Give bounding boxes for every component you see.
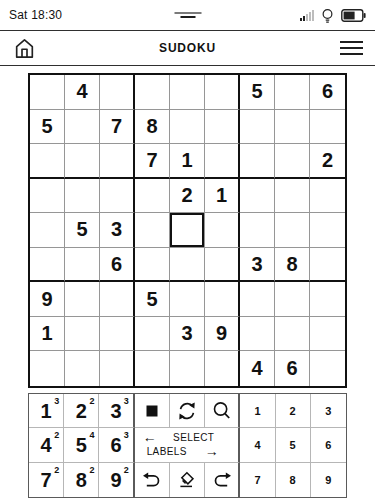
cell-r4c9[interactable]	[310, 179, 345, 214]
cell-r5c2[interactable]: 5	[65, 213, 100, 248]
cell-r7c6[interactable]	[205, 282, 240, 317]
digit-button-3[interactable]: 3 3	[99, 394, 134, 428]
cell-r9c3[interactable]	[100, 351, 135, 386]
select-labels-left-arrow[interactable]: ←	[143, 432, 157, 443]
digit-button-1[interactable]: 1 3	[29, 394, 64, 428]
cell-r7c7[interactable]	[240, 282, 275, 317]
cell-r2c9[interactable]	[310, 110, 345, 145]
frontlight-bulb-icon	[321, 7, 334, 24]
refresh-button[interactable]	[170, 394, 205, 428]
cell-r1c7[interactable]: 5	[240, 75, 275, 110]
cell-r7c2[interactable]	[65, 282, 100, 317]
cell-r1c8[interactable]	[275, 75, 310, 110]
battery-icon	[341, 9, 366, 22]
digit-count-6: 3	[124, 431, 129, 440]
cell-r3c9[interactable]: 2	[310, 144, 345, 179]
title-bar: SUDOKU	[0, 31, 375, 66]
select-labels-control[interactable]: ← SELECT LABELS →	[135, 428, 241, 462]
signal-strength-icon	[300, 9, 314, 21]
cell-r2c2[interactable]	[65, 110, 100, 145]
clock: Sat 18:30	[9, 8, 62, 22]
cell-r8c1[interactable]: 1	[30, 317, 65, 352]
cell-r9c1[interactable]	[30, 351, 65, 386]
cell-r7c9[interactable]	[310, 282, 345, 317]
cell-r7c5[interactable]	[170, 282, 205, 317]
cell-r7c1[interactable]: 9	[30, 282, 65, 317]
cell-r2c7[interactable]	[240, 110, 275, 145]
label-button-7[interactable]: 7	[240, 463, 275, 497]
digit-count-3: 3	[124, 397, 129, 406]
cell-r5c6[interactable]	[205, 213, 240, 248]
status-icons	[300, 7, 366, 24]
cell-r4c7[interactable]	[240, 179, 275, 214]
fill-square-button[interactable]	[135, 394, 170, 428]
label-button-4[interactable]: 4	[240, 428, 275, 462]
cell-r6c4[interactable]	[135, 248, 170, 283]
cell-r1c3[interactable]	[100, 75, 135, 110]
sudoku-app-screen: Sat 18:30	[0, 0, 375, 500]
digit-count-1: 3	[54, 397, 59, 406]
cell-r2c1[interactable]: 5	[30, 110, 65, 145]
cell-r6c1[interactable]	[30, 248, 65, 283]
cell-r5c7[interactable]	[240, 213, 275, 248]
cell-r4c6[interactable]: 1	[205, 179, 240, 214]
label-button-9[interactable]: 9	[311, 463, 346, 497]
digit-button-2[interactable]: 2 2	[64, 394, 99, 428]
cell-r1c5[interactable]	[170, 75, 205, 110]
cell-r6c8[interactable]: 8	[275, 248, 310, 283]
cell-r1c1[interactable]	[30, 75, 65, 110]
cell-r5c8[interactable]	[275, 213, 310, 248]
cell-r8c9[interactable]	[310, 317, 345, 352]
cell-r9c8[interactable]: 6	[275, 351, 310, 386]
digit-count-5: 4	[89, 431, 94, 440]
menu-icon[interactable]	[340, 41, 363, 55]
cell-r1c2[interactable]: 4	[65, 75, 100, 110]
cell-r9c2[interactable]	[65, 351, 100, 386]
cell-r8c3[interactable]	[100, 317, 135, 352]
select-label-line1: SELECT	[173, 433, 214, 443]
redo-button[interactable]	[205, 463, 240, 497]
cell-r8c2[interactable]	[65, 317, 100, 352]
cell-r2c4[interactable]: 8	[135, 110, 170, 145]
cell-r8c8[interactable]	[275, 317, 310, 352]
cell-r3c2[interactable]	[65, 144, 100, 179]
cell-r3c8[interactable]	[275, 144, 310, 179]
label-button-5[interactable]: 5	[276, 428, 311, 462]
cell-r4c5[interactable]: 2	[170, 179, 205, 214]
select-labels-right-arrow[interactable]: →	[205, 446, 219, 457]
cell-r4c4[interactable]	[135, 179, 170, 214]
cell-r7c3[interactable]	[100, 282, 135, 317]
cell-r5c1[interactable]	[30, 213, 65, 248]
cell-r6c5[interactable]	[170, 248, 205, 283]
cell-r8c7[interactable]	[240, 317, 275, 352]
cell-r5c4[interactable]	[135, 213, 170, 248]
eraser-icon	[175, 468, 199, 492]
page-title: SUDOKU	[159, 41, 216, 55]
cell-r3c6[interactable]	[205, 144, 240, 179]
cell-r6c6[interactable]	[205, 248, 240, 283]
notification-drawer-handle-icon[interactable]	[174, 12, 201, 18]
redo-icon	[210, 468, 234, 492]
cell-r7c4[interactable]: 5	[135, 282, 170, 317]
cell-r3c5[interactable]: 1	[170, 144, 205, 179]
cell-r4c3[interactable]	[100, 179, 135, 214]
cell-r2c8[interactable]	[275, 110, 310, 145]
cell-r1c9[interactable]: 6	[310, 75, 345, 110]
cell-r8c6[interactable]: 9	[205, 317, 240, 352]
digit-button-8[interactable]: 8 2	[64, 463, 99, 497]
cell-r9c6[interactable]	[205, 351, 240, 386]
cell-r5c3[interactable]: 3	[100, 213, 135, 248]
cell-r2c6[interactable]	[205, 110, 240, 145]
label-button-3[interactable]: 3	[311, 394, 346, 428]
cell-r4c2[interactable]	[65, 179, 100, 214]
cell-r9c9[interactable]	[310, 351, 345, 386]
cell-r8c4[interactable]	[135, 317, 170, 352]
digit-count-7: 2	[54, 466, 59, 475]
cell-r6c7[interactable]: 3	[240, 248, 275, 283]
cell-r6c3[interactable]: 6	[100, 248, 135, 283]
digit-button-4[interactable]: 4 2	[29, 428, 64, 462]
digit-count-4: 2	[54, 431, 59, 440]
undo-button[interactable]	[135, 463, 170, 497]
cell-r3c3[interactable]	[100, 144, 135, 179]
cell-r3c4[interactable]: 7	[135, 144, 170, 179]
cell-r5c9[interactable]	[310, 213, 345, 248]
sudoku-board: 45657871221536389513946	[28, 73, 347, 388]
cell-r9c5[interactable]	[170, 351, 205, 386]
label-button-6[interactable]: 6	[311, 428, 346, 462]
undo-icon	[140, 468, 164, 492]
cell-r8c5[interactable]: 3	[170, 317, 205, 352]
toolbar: 1 3 2 2 3 3	[28, 393, 347, 498]
home-icon[interactable]	[12, 36, 37, 61]
cell-r7c8[interactable]	[275, 282, 310, 317]
zoom-button[interactable]	[205, 394, 240, 428]
status-bar: Sat 18:30	[0, 0, 375, 31]
cell-r5c5[interactable]	[170, 213, 205, 248]
digit-count-9: 2	[124, 466, 129, 475]
magnifier-icon	[210, 399, 234, 423]
digit-count-2: 2	[89, 397, 94, 406]
cell-r9c7[interactable]: 4	[240, 351, 275, 386]
cell-r2c5[interactable]	[170, 110, 205, 145]
label-button-2[interactable]: 2	[276, 394, 311, 428]
label-button-1[interactable]: 1	[240, 394, 275, 428]
digit-button-7[interactable]: 7 2	[29, 463, 64, 497]
cell-r3c1[interactable]	[30, 144, 65, 179]
erase-button[interactable]	[170, 463, 205, 497]
black-square-icon	[140, 399, 164, 423]
cell-r1c4[interactable]	[135, 75, 170, 110]
digit-count-8: 2	[89, 466, 94, 475]
select-label-line2: LABELS	[147, 447, 187, 457]
cell-r4c1[interactable]	[30, 179, 65, 214]
cell-r1c6[interactable]	[205, 75, 240, 110]
refresh-icon	[175, 399, 199, 423]
digit-button-9[interactable]: 9 2	[99, 463, 134, 497]
label-button-8[interactable]: 8	[276, 463, 311, 497]
cell-r4c8[interactable]	[275, 179, 310, 214]
digit-button-6[interactable]: 6 3	[99, 428, 134, 462]
cell-r2c3[interactable]: 7	[100, 110, 135, 145]
cell-r6c2[interactable]	[65, 248, 100, 283]
cell-r3c7[interactable]	[240, 144, 275, 179]
cell-r9c4[interactable]	[135, 351, 170, 386]
digit-button-5[interactable]: 5 4	[64, 428, 99, 462]
cell-r6c9[interactable]	[310, 248, 345, 283]
